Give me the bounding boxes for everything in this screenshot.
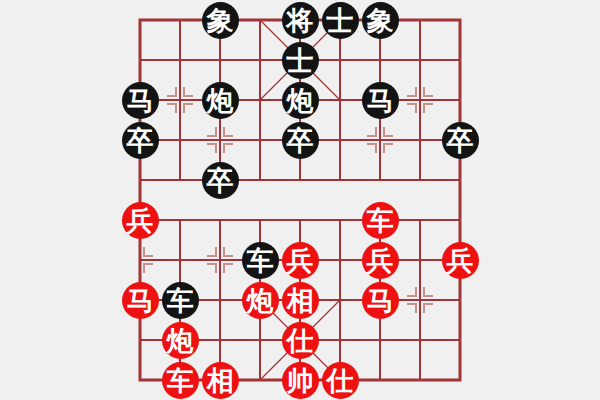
xiangqi-board: 象将士象士马炮炮马卒卒卒卒兵车车兵兵兵马车炮相马炮仕车相帅仕 (120, 0, 480, 400)
piece-red-elephant[interactable]: 相 (202, 362, 239, 399)
piece-red-general[interactable]: 帅 (282, 362, 319, 399)
piece-black-chariot[interactable]: 车 (242, 242, 279, 279)
piece-red-soldier[interactable]: 兵 (282, 242, 319, 279)
piece-black-soldier[interactable]: 卒 (442, 122, 479, 159)
piece-red-soldier[interactable]: 兵 (442, 242, 479, 279)
piece-red-cannon[interactable]: 炮 (242, 282, 279, 319)
piece-red-advisor[interactable]: 仕 (322, 362, 359, 399)
piece-black-cannon[interactable]: 炮 (202, 82, 239, 119)
piece-red-soldier[interactable]: 兵 (122, 202, 159, 239)
piece-black-horse[interactable]: 马 (362, 82, 399, 119)
piece-black-chariot[interactable]: 车 (162, 282, 199, 319)
piece-black-elephant[interactable]: 象 (362, 2, 399, 39)
piece-red-chariot[interactable]: 车 (362, 202, 399, 239)
piece-black-elephant[interactable]: 象 (202, 2, 239, 39)
piece-black-advisor[interactable]: 士 (322, 2, 359, 39)
piece-black-soldier[interactable]: 卒 (122, 122, 159, 159)
piece-black-advisor[interactable]: 士 (282, 42, 319, 79)
xiangqi-board-screen: 象将士象士马炮炮马卒卒卒卒兵车车兵兵兵马车炮相马炮仕车相帅仕 (0, 0, 600, 400)
piece-red-horse[interactable]: 马 (362, 282, 399, 319)
piece-red-horse[interactable]: 马 (122, 282, 159, 319)
piece-red-elephant[interactable]: 相 (282, 282, 319, 319)
piece-red-soldier[interactable]: 兵 (362, 242, 399, 279)
piece-black-cannon[interactable]: 炮 (282, 82, 319, 119)
piece-red-cannon[interactable]: 炮 (162, 322, 199, 359)
piece-red-advisor[interactable]: 仕 (282, 322, 319, 359)
piece-black-general[interactable]: 将 (282, 2, 319, 39)
piece-black-soldier[interactable]: 卒 (202, 162, 239, 199)
piece-black-horse[interactable]: 马 (122, 82, 159, 119)
piece-black-soldier[interactable]: 卒 (282, 122, 319, 159)
piece-red-chariot[interactable]: 车 (162, 362, 199, 399)
